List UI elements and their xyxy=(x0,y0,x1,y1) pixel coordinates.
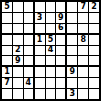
cell-r7c3-empty[interactable] xyxy=(24,67,34,77)
cell-r8c9-empty[interactable] xyxy=(89,78,99,88)
cell-r9c7-given[interactable]: 3 xyxy=(67,89,77,99)
cell-r2c3-empty[interactable] xyxy=(24,13,34,23)
cell-r6c6-empty[interactable] xyxy=(56,56,66,66)
cell-r8c4-empty[interactable] xyxy=(35,78,45,88)
cell-r1c1-given[interactable]: 5 xyxy=(2,2,12,12)
cell-r2c4-given[interactable]: 3 xyxy=(35,13,45,23)
cell-r9c4-empty[interactable] xyxy=(35,89,45,99)
cell-r8c2-empty[interactable] xyxy=(13,78,23,88)
cell-r9c8-empty[interactable] xyxy=(78,89,88,99)
cell-r5c1-empty[interactable] xyxy=(2,46,12,56)
cell-r4c6-empty[interactable] xyxy=(56,35,66,45)
cell-r2c1-empty[interactable] xyxy=(2,13,12,23)
cell-r8c8-empty[interactable] xyxy=(78,78,88,88)
cell-r3c5-empty[interactable] xyxy=(46,24,56,34)
cell-r4c1-empty[interactable] xyxy=(2,35,12,45)
cell-r8c6-empty[interactable] xyxy=(56,78,66,88)
cell-r4c2-empty[interactable] xyxy=(13,35,23,45)
cell-r3c3-empty[interactable] xyxy=(24,24,34,34)
cell-r6c2-given[interactable]: 9 xyxy=(13,56,23,66)
cell-r3c6-given[interactable]: 6 xyxy=(56,24,66,34)
cell-r5c6-empty[interactable] xyxy=(56,46,66,56)
cell-r3c9-empty[interactable] xyxy=(89,24,99,34)
cell-r7c2-empty[interactable] xyxy=(13,67,23,77)
cell-r7c6-empty[interactable] xyxy=(56,67,66,77)
cell-r7c1-given[interactable]: 1 xyxy=(2,67,12,77)
cell-r2c7-empty[interactable] xyxy=(67,13,77,23)
cell-r1c2-empty[interactable] xyxy=(13,2,23,12)
cell-r3c8-empty[interactable] xyxy=(78,24,88,34)
cell-r3c1-empty[interactable] xyxy=(2,24,12,34)
cell-r9c9-empty[interactable] xyxy=(89,89,99,99)
cell-r1c5-empty[interactable] xyxy=(46,2,56,12)
cell-r8c3-given[interactable]: 4 xyxy=(24,78,34,88)
cell-r2c2-empty[interactable] xyxy=(13,13,23,23)
cell-r8c1-given[interactable]: 7 xyxy=(2,78,12,88)
cell-r5c7-empty[interactable] xyxy=(67,46,77,56)
cell-r7c7-given[interactable]: 9 xyxy=(67,67,77,77)
cell-r9c3-empty[interactable] xyxy=(24,89,34,99)
cell-r1c9-given[interactable]: 2 xyxy=(89,2,99,12)
cell-r3c4-empty[interactable] xyxy=(35,24,45,34)
cell-r9c6-empty[interactable] xyxy=(56,89,66,99)
cell-r3c2-empty[interactable] xyxy=(13,24,23,34)
cell-r9c5-empty[interactable] xyxy=(46,89,56,99)
cell-r8c7-empty[interactable] xyxy=(67,78,77,88)
cell-r4c8-given[interactable]: 8 xyxy=(78,35,88,45)
cell-r7c9-empty[interactable] xyxy=(89,67,99,77)
cell-r6c1-empty[interactable] xyxy=(2,56,12,66)
cell-r6c5-empty[interactable] xyxy=(46,56,56,66)
cell-r6c3-empty[interactable] xyxy=(24,56,34,66)
cell-r5c2-given[interactable]: 2 xyxy=(13,46,23,56)
cell-r6c7-empty[interactable] xyxy=(67,56,77,66)
cell-r1c3-empty[interactable] xyxy=(24,2,34,12)
cell-r9c1-empty[interactable] xyxy=(2,89,12,99)
cell-r8c5-empty[interactable] xyxy=(46,78,56,88)
cell-r4c7-empty[interactable] xyxy=(67,35,77,45)
cell-r5c8-empty[interactable] xyxy=(78,46,88,56)
sudoku-board: 57239615824919743 xyxy=(0,0,101,101)
cell-r2c8-empty[interactable] xyxy=(78,13,88,23)
cell-r3c7-empty[interactable] xyxy=(67,24,77,34)
cell-r5c4-empty[interactable] xyxy=(35,46,45,56)
cell-r4c4-given[interactable]: 1 xyxy=(35,35,45,45)
cell-r1c4-empty[interactable] xyxy=(35,2,45,12)
cell-r5c5-given[interactable]: 4 xyxy=(46,46,56,56)
cell-r5c3-empty[interactable] xyxy=(24,46,34,56)
cell-r2c9-empty[interactable] xyxy=(89,13,99,23)
cell-r4c3-empty[interactable] xyxy=(24,35,34,45)
cell-r2c5-empty[interactable] xyxy=(46,13,56,23)
cell-r7c8-empty[interactable] xyxy=(78,67,88,77)
cell-r1c8-given[interactable]: 7 xyxy=(78,2,88,12)
cell-r6c4-empty[interactable] xyxy=(35,56,45,66)
cell-r7c5-empty[interactable] xyxy=(46,67,56,77)
cell-r9c2-empty[interactable] xyxy=(13,89,23,99)
cell-r1c7-empty[interactable] xyxy=(67,2,77,12)
cell-r5c9-empty[interactable] xyxy=(89,46,99,56)
cell-r7c4-empty[interactable] xyxy=(35,67,45,77)
cell-r4c5-given[interactable]: 5 xyxy=(46,35,56,45)
cell-r4c9-empty[interactable] xyxy=(89,35,99,45)
cell-r2c6-given[interactable]: 9 xyxy=(56,13,66,23)
cell-r6c9-empty[interactable] xyxy=(89,56,99,66)
cell-r1c6-empty[interactable] xyxy=(56,2,66,12)
cell-r6c8-empty[interactable] xyxy=(78,56,88,66)
